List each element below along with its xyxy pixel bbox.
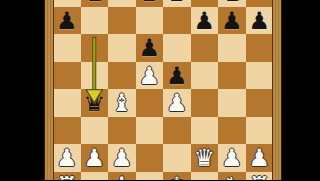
piece-white-pawn: ♟ (218, 144, 246, 172)
square-g7: ♟ (218, 7, 246, 35)
square-e2 (163, 144, 191, 172)
square-e5: ♟ (163, 62, 191, 90)
square-c7 (108, 7, 136, 35)
square-h4 (246, 89, 274, 117)
square-b6 (81, 34, 109, 62)
square-g6 (218, 34, 246, 62)
square-h3 (246, 117, 274, 145)
square-c6 (108, 34, 136, 62)
square-d8: ♝ (136, 0, 164, 7)
piece-black-pawn: ♟ (53, 7, 81, 35)
piece-white-queen: ♛ (191, 144, 219, 172)
square-f1 (191, 172, 219, 181)
video-frame: ♞♝♚♞♟♟♟♟♟♟♟♛♝♟♟♟♟♛♟♟♜♝♚♞♜ (0, 0, 320, 180)
square-h7: ♟ (246, 7, 274, 35)
square-e3 (163, 117, 191, 145)
square-c1: ♝ (108, 172, 136, 181)
square-b7 (81, 7, 109, 35)
square-f6 (191, 34, 219, 62)
square-h2: ♟ (246, 144, 274, 172)
square-e6 (163, 34, 191, 62)
board: ♞♝♚♞♟♟♟♟♟♟♟♛♝♟♟♟♟♛♟♟♜♝♚♞♜ (53, 0, 273, 180)
square-h5 (246, 62, 274, 90)
square-g2: ♟ (218, 144, 246, 172)
piece-white-pawn: ♟ (81, 144, 109, 172)
square-d3 (136, 117, 164, 145)
square-b4: ♛ (81, 89, 109, 117)
square-d5: ♟ (136, 62, 164, 90)
square-a5 (53, 62, 81, 90)
square-c5 (108, 62, 136, 90)
piece-white-bishop: ♝ (108, 172, 136, 181)
piece-black-queen: ♛ (81, 89, 109, 117)
board-frame-left (44, 0, 54, 180)
piece-black-pawn: ♟ (191, 7, 219, 35)
square-d1 (136, 172, 164, 181)
piece-black-pawn: ♟ (136, 34, 164, 62)
square-a1: ♜ (53, 172, 81, 181)
square-b8: ♞ (81, 0, 109, 7)
square-f4 (191, 89, 219, 117)
board-frame-right (272, 0, 282, 180)
square-f2: ♛ (191, 144, 219, 172)
square-c3 (108, 117, 136, 145)
square-b5 (81, 62, 109, 90)
square-g1: ♞ (218, 172, 246, 181)
square-a7: ♟ (53, 7, 81, 35)
piece-white-pawn: ♟ (53, 144, 81, 172)
square-d7 (136, 7, 164, 35)
piece-white-pawn: ♟ (108, 144, 136, 172)
square-e8: ♚ (163, 0, 191, 7)
square-h6 (246, 34, 274, 62)
square-c2: ♟ (108, 144, 136, 172)
piece-black-pawn: ♟ (218, 7, 246, 35)
square-b1 (81, 172, 109, 181)
piece-black-bishop: ♝ (136, 0, 164, 7)
piece-white-pawn: ♟ (246, 144, 274, 172)
square-e1: ♚ (163, 172, 191, 181)
piece-white-pawn: ♟ (163, 89, 191, 117)
square-d4 (136, 89, 164, 117)
piece-black-pawn: ♟ (246, 7, 274, 35)
square-a2: ♟ (53, 144, 81, 172)
square-f5 (191, 62, 219, 90)
piece-black-knight: ♞ (81, 0, 109, 7)
square-g3 (218, 117, 246, 145)
square-d6: ♟ (136, 34, 164, 62)
piece-white-king: ♚ (163, 172, 191, 181)
square-g4 (218, 89, 246, 117)
square-f3 (191, 117, 219, 145)
piece-white-rook: ♜ (246, 172, 274, 181)
piece-white-pawn: ♟ (136, 62, 164, 90)
square-f7: ♟ (191, 7, 219, 35)
square-e7 (163, 7, 191, 35)
square-d2 (136, 144, 164, 172)
square-g5 (218, 62, 246, 90)
square-b2: ♟ (81, 144, 109, 172)
piece-white-rook: ♜ (53, 172, 81, 181)
square-b3 (81, 117, 109, 145)
square-h1: ♜ (246, 172, 274, 181)
piece-black-king: ♚ (163, 0, 191, 7)
square-a3 (53, 117, 81, 145)
piece-white-bishop: ♝ (108, 89, 136, 117)
piece-white-knight: ♞ (218, 172, 246, 181)
square-a6 (53, 34, 81, 62)
square-c4: ♝ (108, 89, 136, 117)
square-e4: ♟ (163, 89, 191, 117)
square-a4 (53, 89, 81, 117)
piece-black-pawn: ♟ (163, 62, 191, 90)
